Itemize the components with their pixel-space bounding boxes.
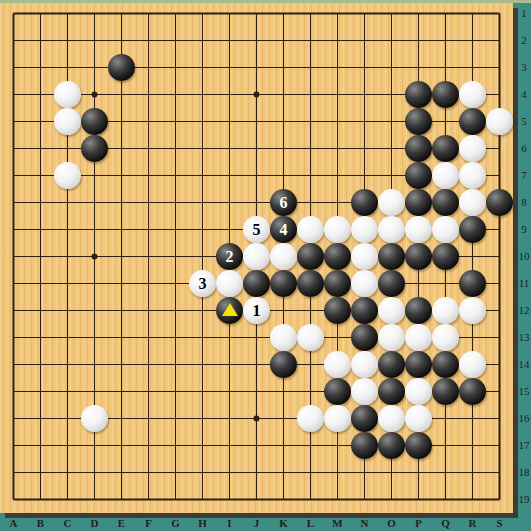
white-stone-J12: 1 [243, 297, 270, 324]
column-label-H: H [189, 517, 216, 530]
column-label-M: M [324, 517, 351, 530]
row-label-12: 12 [517, 304, 531, 317]
white-stone-O12 [378, 297, 405, 324]
black-stone-P14 [405, 351, 432, 378]
black-stone-O15 [378, 378, 405, 405]
black-stone-N13 [351, 324, 378, 351]
black-stone-E3 [108, 54, 135, 81]
black-stone-K11 [270, 270, 297, 297]
column-label-E: E [108, 517, 135, 530]
white-stone-N15 [351, 378, 378, 405]
white-stone-M14 [324, 351, 351, 378]
black-stone-Q6 [432, 135, 459, 162]
white-stone-J10 [243, 243, 270, 270]
black-stone-Q4 [432, 81, 459, 108]
white-stone-J9: 5 [243, 216, 270, 243]
white-stone-N9 [351, 216, 378, 243]
move-number-6: 6 [280, 195, 288, 211]
column-label-F: F [135, 517, 162, 530]
row-label-18: 18 [517, 466, 531, 479]
black-stone-N8 [351, 189, 378, 216]
column-label-D: D [81, 517, 108, 530]
white-stone-M16 [324, 405, 351, 432]
column-label-J: J [243, 517, 270, 530]
black-stone-R5 [459, 108, 486, 135]
white-stone-N14 [351, 351, 378, 378]
black-stone-P7 [405, 162, 432, 189]
row-label-4: 4 [517, 88, 531, 101]
row-label-19: 19 [517, 493, 531, 506]
column-label-C: C [54, 517, 81, 530]
row-label-6: 6 [517, 142, 531, 155]
black-stone-P17 [405, 432, 432, 459]
white-stone-K10 [270, 243, 297, 270]
column-label-G: G [162, 517, 189, 530]
black-stone-K14 [270, 351, 297, 378]
row-label-9: 9 [517, 223, 531, 236]
white-stone-I11 [216, 270, 243, 297]
black-stone-R11 [459, 270, 486, 297]
white-stone-C4 [54, 81, 81, 108]
white-stone-Q7 [432, 162, 459, 189]
white-stone-R12 [459, 297, 486, 324]
black-stone-R9 [459, 216, 486, 243]
column-label-P: P [405, 517, 432, 530]
black-stone-M10 [324, 243, 351, 270]
column-label-R: R [459, 517, 486, 530]
row-label-17: 17 [517, 439, 531, 452]
white-stone-C7 [54, 162, 81, 189]
column-label-Q: Q [432, 517, 459, 530]
row-label-10: 10 [517, 250, 531, 263]
star-point-J4 [254, 92, 260, 98]
black-stone-R15 [459, 378, 486, 405]
row-label-11: 11 [517, 277, 531, 290]
white-stone-Q13 [432, 324, 459, 351]
white-stone-R7 [459, 162, 486, 189]
move-number-1: 1 [253, 303, 261, 319]
black-stone-J11 [243, 270, 270, 297]
black-stone-P12 [405, 297, 432, 324]
star-point-D4 [92, 92, 98, 98]
column-label-O: O [378, 517, 405, 530]
column-label-K: K [270, 517, 297, 530]
white-stone-O16 [378, 405, 405, 432]
white-stone-L16 [297, 405, 324, 432]
column-label-I: I [216, 517, 243, 530]
black-stone-P5 [405, 108, 432, 135]
white-stone-Q12 [432, 297, 459, 324]
white-stone-L13 [297, 324, 324, 351]
row-label-13: 13 [517, 331, 531, 344]
white-stone-O13 [378, 324, 405, 351]
white-stone-P13 [405, 324, 432, 351]
white-stone-N10 [351, 243, 378, 270]
black-stone-O10 [378, 243, 405, 270]
white-stone-L9 [297, 216, 324, 243]
black-stone-O11 [378, 270, 405, 297]
black-stone-O14 [378, 351, 405, 378]
black-stone-P10 [405, 243, 432, 270]
column-label-S: S [486, 517, 513, 530]
black-stone-K8: 6 [270, 189, 297, 216]
star-point-D10 [92, 254, 98, 260]
black-stone-D6 [81, 135, 108, 162]
black-stone-S8 [486, 189, 513, 216]
column-label-N: N [351, 517, 378, 530]
row-label-8: 8 [517, 196, 531, 209]
move-number-2: 2 [226, 249, 234, 265]
black-stone-O17 [378, 432, 405, 459]
white-stone-O8 [378, 189, 405, 216]
white-stone-R8 [459, 189, 486, 216]
white-stone-O9 [378, 216, 405, 243]
black-stone-P6 [405, 135, 432, 162]
black-stone-I10: 2 [216, 243, 243, 270]
white-stone-M9 [324, 216, 351, 243]
row-label-5: 5 [517, 115, 531, 128]
white-stone-P9 [405, 216, 432, 243]
black-stone-Q14 [432, 351, 459, 378]
row-label-2: 2 [517, 34, 531, 47]
black-stone-N12 [351, 297, 378, 324]
go-board[interactable]: 654231 [0, 3, 513, 513]
white-stone-C5 [54, 108, 81, 135]
black-stone-P4 [405, 81, 432, 108]
black-stone-M15 [324, 378, 351, 405]
black-stone-M12 [324, 297, 351, 324]
white-stone-K13 [270, 324, 297, 351]
black-stone-Q10 [432, 243, 459, 270]
star-point-J16 [254, 416, 260, 422]
white-stone-P15 [405, 378, 432, 405]
white-stone-R14 [459, 351, 486, 378]
row-label-7: 7 [517, 169, 531, 182]
white-stone-H11: 3 [189, 270, 216, 297]
white-stone-P16 [405, 405, 432, 432]
move-number-5: 5 [253, 222, 261, 238]
row-label-1: 1 [517, 7, 531, 20]
white-stone-N11 [351, 270, 378, 297]
move-number-3: 3 [199, 276, 207, 292]
row-label-15: 15 [517, 385, 531, 398]
row-label-3: 3 [517, 61, 531, 74]
black-stone-P8 [405, 189, 432, 216]
black-stone-D5 [81, 108, 108, 135]
black-stone-M11 [324, 270, 351, 297]
black-stone-Q15 [432, 378, 459, 405]
white-stone-D16 [81, 405, 108, 432]
go-app-window: 654231 12345678910111213141516171819 ABC… [0, 0, 531, 531]
white-stone-S5 [486, 108, 513, 135]
white-stone-Q9 [432, 216, 459, 243]
black-stone-I12 [216, 297, 243, 324]
white-stone-R4 [459, 81, 486, 108]
column-label-B: B [27, 517, 54, 530]
black-stone-N16 [351, 405, 378, 432]
move-number-4: 4 [280, 222, 288, 238]
row-label-14: 14 [517, 358, 531, 371]
black-stone-L11 [297, 270, 324, 297]
white-stone-R6 [459, 135, 486, 162]
black-stone-K9: 4 [270, 216, 297, 243]
triangle-marker [222, 303, 238, 316]
black-stone-L10 [297, 243, 324, 270]
column-label-L: L [297, 517, 324, 530]
black-stone-Q8 [432, 189, 459, 216]
black-stone-N17 [351, 432, 378, 459]
row-label-16: 16 [517, 412, 531, 425]
column-label-A: A [0, 517, 27, 530]
